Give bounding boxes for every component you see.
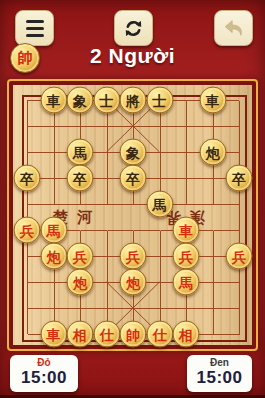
black-clock: Đen 15:00: [187, 355, 252, 392]
black-piece-象[interactable]: 象: [67, 87, 94, 114]
black-piece-卒[interactable]: 卒: [14, 165, 41, 192]
board-cell: [161, 127, 188, 153]
black-clock-label: Đen: [187, 358, 252, 368]
red-clock-time: 15:00: [10, 368, 78, 388]
red-piece-炮[interactable]: 炮: [40, 243, 67, 270]
black-piece-象[interactable]: 象: [120, 139, 147, 166]
xiangqi-board-frame: 楚河 漢界 車象士將士車馬象炮卒卒卒卒馬兵馬車炮兵兵兵兵炮炮馬車相仕帥仕相: [7, 79, 258, 351]
red-clock-label: Đỏ: [10, 358, 78, 368]
xiangqi-board[interactable]: 楚河 漢界 車象士將士車馬象炮卒卒卒卒馬兵馬車炮兵兵兵兵炮炮馬車相仕帥仕相: [13, 85, 252, 345]
black-piece-炮[interactable]: 炮: [199, 139, 226, 166]
black-piece-車[interactable]: 車: [40, 87, 67, 114]
red-piece-仕[interactable]: 仕: [93, 321, 120, 348]
red-piece-帥[interactable]: 帥: [120, 321, 147, 348]
board-cell: [108, 205, 135, 231]
board-cell: [214, 283, 241, 309]
red-piece-車[interactable]: 車: [40, 321, 67, 348]
red-piece-炮[interactable]: 炮: [67, 269, 94, 296]
undo-button[interactable]: [214, 10, 253, 46]
board-cell: [28, 283, 55, 309]
board-cell: [214, 309, 241, 335]
red-piece-兵[interactable]: 兵: [226, 243, 253, 270]
board-cell: [214, 205, 241, 231]
board-cell: [187, 179, 214, 205]
black-clock-time: 15:00: [187, 368, 252, 388]
red-piece-兵[interactable]: 兵: [173, 243, 200, 270]
red-clock: Đỏ 15:00: [10, 355, 78, 392]
red-piece-馬[interactable]: 馬: [40, 217, 67, 244]
red-piece-相[interactable]: 相: [67, 321, 94, 348]
red-piece-馬[interactable]: 馬: [173, 269, 200, 296]
red-piece-相[interactable]: 相: [173, 321, 200, 348]
black-piece-馬[interactable]: 馬: [146, 191, 173, 218]
black-piece-卒[interactable]: 卒: [67, 165, 94, 192]
app-screen: 帥 2 Người 楚河 漢界 車象士將士車馬象炮卒卒卒卒馬兵馬車炮兵兵兵兵炮炮…: [0, 0, 265, 398]
red-piece-炮[interactable]: 炮: [120, 269, 147, 296]
black-piece-卒[interactable]: 卒: [226, 165, 253, 192]
refresh-icon: [123, 18, 144, 39]
red-piece-兵[interactable]: 兵: [120, 243, 147, 270]
black-piece-士[interactable]: 士: [146, 87, 173, 114]
black-piece-士[interactable]: 士: [93, 87, 120, 114]
refresh-button[interactable]: [114, 10, 153, 46]
black-piece-卒[interactable]: 卒: [120, 165, 147, 192]
board-cell: [28, 127, 55, 153]
black-piece-馬[interactable]: 馬: [67, 139, 94, 166]
page-title: 2 Người: [0, 44, 265, 68]
red-piece-兵[interactable]: 兵: [14, 217, 41, 244]
red-piece-車[interactable]: 車: [173, 217, 200, 244]
black-piece-車[interactable]: 車: [199, 87, 226, 114]
menu-button[interactable]: [15, 10, 54, 46]
black-piece-將[interactable]: 將: [120, 87, 147, 114]
board-cell: [161, 153, 188, 179]
hamburger-icon: [26, 20, 44, 37]
red-piece-仕[interactable]: 仕: [146, 321, 173, 348]
red-piece-兵[interactable]: 兵: [67, 243, 94, 270]
undo-arrow-icon: [223, 17, 245, 39]
